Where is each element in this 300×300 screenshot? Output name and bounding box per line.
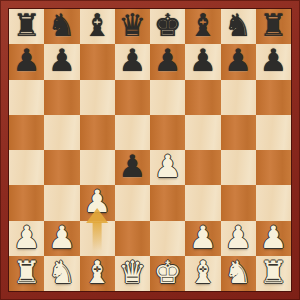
square-g2[interactable]: ♟ — [221, 221, 256, 256]
piece-black-pawn[interactable]: ♟ — [154, 45, 182, 76]
piece-black-pawn[interactable]: ♟ — [118, 45, 146, 76]
piece-white-pawn[interactable]: ♟ — [13, 222, 41, 253]
piece-black-knight[interactable]: ♞ — [48, 10, 76, 41]
square-b2[interactable]: ♟ — [44, 221, 79, 256]
piece-black-pawn[interactable]: ♟ — [48, 45, 76, 76]
square-d4[interactable]: ♟ — [115, 150, 150, 185]
square-c3[interactable]: ♟ — [80, 185, 115, 220]
piece-white-pawn[interactable]: ♟ — [189, 222, 217, 253]
square-f4[interactable] — [185, 150, 220, 185]
piece-black-pawn[interactable]: ♟ — [118, 151, 146, 182]
piece-white-knight[interactable]: ♞ — [224, 257, 252, 288]
square-b8[interactable]: ♞ — [44, 9, 79, 44]
square-d6[interactable] — [115, 80, 150, 115]
square-c2[interactable] — [80, 221, 115, 256]
square-f5[interactable] — [185, 115, 220, 150]
square-a6[interactable] — [9, 80, 44, 115]
square-d7[interactable]: ♟ — [115, 44, 150, 79]
square-f1[interactable]: ♝ — [185, 256, 220, 291]
square-c4[interactable] — [80, 150, 115, 185]
piece-white-pawn[interactable]: ♟ — [48, 222, 76, 253]
square-b5[interactable] — [44, 115, 79, 150]
square-a3[interactable] — [9, 185, 44, 220]
square-e4[interactable]: ♟ — [150, 150, 185, 185]
piece-black-rook[interactable]: ♜ — [13, 10, 41, 41]
square-b7[interactable]: ♟ — [44, 44, 79, 79]
square-c6[interactable] — [80, 80, 115, 115]
square-h5[interactable] — [256, 115, 291, 150]
piece-black-pawn[interactable]: ♟ — [259, 45, 287, 76]
piece-black-queen[interactable]: ♛ — [118, 10, 146, 41]
square-f6[interactable] — [185, 80, 220, 115]
piece-white-queen[interactable]: ♛ — [118, 257, 146, 288]
square-c1[interactable]: ♝ — [80, 256, 115, 291]
piece-white-knight[interactable]: ♞ — [48, 257, 76, 288]
square-e1[interactable]: ♚ — [150, 256, 185, 291]
square-e2[interactable] — [150, 221, 185, 256]
square-a8[interactable]: ♜ — [9, 9, 44, 44]
piece-black-pawn[interactable]: ♟ — [224, 45, 252, 76]
square-d1[interactable]: ♛ — [115, 256, 150, 291]
square-a7[interactable]: ♟ — [9, 44, 44, 79]
piece-white-rook[interactable]: ♜ — [259, 257, 287, 288]
piece-white-bishop[interactable]: ♝ — [189, 257, 217, 288]
square-d3[interactable] — [115, 185, 150, 220]
square-e8[interactable]: ♚ — [150, 9, 185, 44]
square-a1[interactable]: ♜ — [9, 256, 44, 291]
square-c8[interactable]: ♝ — [80, 9, 115, 44]
square-g6[interactable] — [221, 80, 256, 115]
square-b6[interactable] — [44, 80, 79, 115]
square-h4[interactable] — [256, 150, 291, 185]
piece-black-king[interactable]: ♚ — [154, 10, 182, 41]
square-f7[interactable]: ♟ — [185, 44, 220, 79]
piece-white-pawn[interactable]: ♟ — [83, 186, 111, 217]
square-e3[interactable] — [150, 185, 185, 220]
square-g4[interactable] — [221, 150, 256, 185]
square-a5[interactable] — [9, 115, 44, 150]
square-h3[interactable] — [256, 185, 291, 220]
square-h2[interactable]: ♟ — [256, 221, 291, 256]
square-e5[interactable] — [150, 115, 185, 150]
square-e7[interactable]: ♟ — [150, 44, 185, 79]
square-h7[interactable]: ♟ — [256, 44, 291, 79]
square-g5[interactable] — [221, 115, 256, 150]
piece-white-king[interactable]: ♚ — [154, 257, 182, 288]
square-a2[interactable]: ♟ — [9, 221, 44, 256]
piece-black-bishop[interactable]: ♝ — [189, 10, 217, 41]
piece-white-pawn[interactable]: ♟ — [259, 222, 287, 253]
piece-white-pawn[interactable]: ♟ — [154, 151, 182, 182]
piece-white-bishop[interactable]: ♝ — [83, 257, 111, 288]
square-c5[interactable] — [80, 115, 115, 150]
square-b3[interactable] — [44, 185, 79, 220]
square-e6[interactable] — [150, 80, 185, 115]
piece-black-pawn[interactable]: ♟ — [13, 45, 41, 76]
square-h6[interactable] — [256, 80, 291, 115]
square-b1[interactable]: ♞ — [44, 256, 79, 291]
square-a4[interactable] — [9, 150, 44, 185]
piece-black-pawn[interactable]: ♟ — [189, 45, 217, 76]
square-c7[interactable] — [80, 44, 115, 79]
square-f8[interactable]: ♝ — [185, 9, 220, 44]
square-g1[interactable]: ♞ — [221, 256, 256, 291]
square-h1[interactable]: ♜ — [256, 256, 291, 291]
piece-white-pawn[interactable]: ♟ — [224, 222, 252, 253]
square-d2[interactable] — [115, 221, 150, 256]
piece-black-bishop[interactable]: ♝ — [83, 10, 111, 41]
chess-board-frame: ♜♞♝♛♚♝♞♜♟♟♟♟♟♟♟♟♟♟♟♟♟♟♟♜♞♝♛♚♝♞♜ — [0, 0, 300, 300]
square-b4[interactable] — [44, 150, 79, 185]
square-g3[interactable] — [221, 185, 256, 220]
square-g8[interactable]: ♞ — [221, 9, 256, 44]
piece-black-knight[interactable]: ♞ — [224, 10, 252, 41]
piece-black-rook[interactable]: ♜ — [259, 10, 287, 41]
square-h8[interactable]: ♜ — [256, 9, 291, 44]
square-f3[interactable] — [185, 185, 220, 220]
square-d8[interactable]: ♛ — [115, 9, 150, 44]
square-d5[interactable] — [115, 115, 150, 150]
chess-board: ♜♞♝♛♚♝♞♜♟♟♟♟♟♟♟♟♟♟♟♟♟♟♟♜♞♝♛♚♝♞♜ — [9, 9, 291, 291]
piece-white-rook[interactable]: ♜ — [13, 257, 41, 288]
square-f2[interactable]: ♟ — [185, 221, 220, 256]
square-g7[interactable]: ♟ — [221, 44, 256, 79]
